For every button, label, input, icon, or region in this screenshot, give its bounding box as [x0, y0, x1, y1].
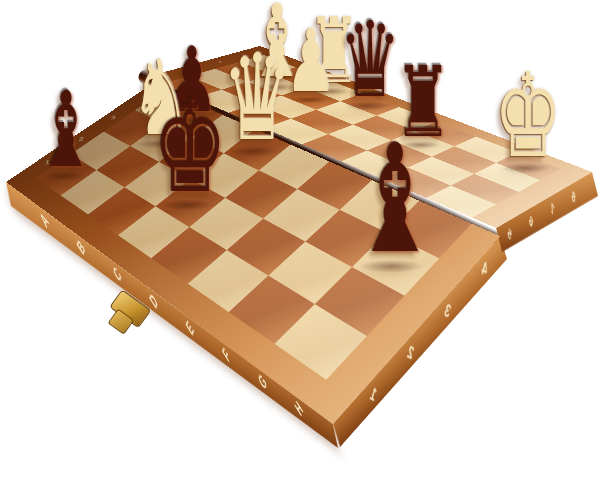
rank-label-5: 5	[507, 224, 513, 243]
rank-label-8: 8	[571, 187, 577, 206]
top-border-rank-8: 8	[242, 54, 247, 57]
rank-label-2: 2	[406, 341, 416, 363]
rank-label-7: 7	[550, 200, 556, 219]
top-border-rank-2: 2	[78, 136, 84, 143]
rank-label-1: 1	[368, 383, 378, 405]
top-border-rank-7: 7	[218, 61, 223, 64]
rank-label-4: 4	[480, 257, 490, 279]
top-border-rank-4: 4	[141, 94, 146, 100]
top-border-rank-3: 3	[110, 114, 116, 121]
rank-label-3: 3	[443, 299, 453, 321]
board-photo-scene: ABCDEFGH 1234 5678 5678 1234 ♜♛♚♝♟♜♟♛♞♝♚…	[0, 0, 600, 480]
top-border-rank-1: 1	[44, 158, 51, 166]
top-border-rank-5: 5	[165, 75, 170, 78]
top-border-rank-6: 6	[192, 68, 197, 71]
rank-label-6: 6	[528, 212, 534, 231]
